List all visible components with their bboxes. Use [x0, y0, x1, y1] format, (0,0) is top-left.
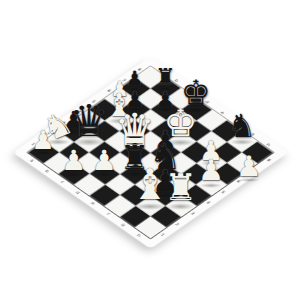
board-grid [28, 66, 273, 237]
board-border: aa88bb77cc66dd55ee44ff33gg22hh11 [12, 55, 288, 248]
chess-set-product-photo: aa88bb77cc66dd55ee44ff33gg22hh11 ♜♟♟♚♟♟♝… [0, 0, 300, 300]
chess-board: aa88bb77cc66dd55ee44ff33gg22hh11 [12, 55, 288, 248]
